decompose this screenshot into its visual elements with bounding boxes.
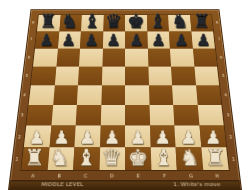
square-e6[interactable] [125,49,148,67]
file-label-e: E [125,173,151,178]
piece-black-knight[interactable]: ♞ [61,12,78,31]
square-a5[interactable] [31,67,56,86]
square-c8[interactable]: ♝ [81,15,103,31]
square-c1[interactable]: ♝ [73,147,100,170]
square-d7[interactable]: ♟ [103,31,125,48]
piece-white-pawn[interactable]: ♟ [79,128,95,146]
square-h3[interactable] [197,105,223,126]
piece-white-pawn[interactable]: ♟ [155,128,171,146]
square-b8[interactable]: ♞ [59,15,82,31]
square-h7[interactable]: ♟ [191,31,215,48]
rank-label-4: 4 [221,85,231,105]
square-f8[interactable]: ♝ [147,15,169,31]
rank-label-7: 7 [215,31,224,48]
piece-white-knight[interactable]: ♞ [50,147,70,169]
square-d3[interactable] [100,105,125,126]
rank-label-6: 6 [217,48,226,66]
piece-white-pawn[interactable]: ♟ [205,128,221,146]
square-e5[interactable] [125,67,149,86]
square-h8[interactable]: ♜ [190,15,213,31]
piece-black-pawn[interactable]: ♟ [129,32,143,48]
piece-black-pawn[interactable]: ♟ [84,32,98,48]
square-g7[interactable]: ♟ [169,31,192,48]
square-f5[interactable] [148,67,172,86]
square-a4[interactable] [29,85,55,105]
square-c6[interactable] [79,49,103,67]
piece-black-knight[interactable]: ♞ [171,12,188,31]
piece-white-bishop[interactable]: ♝ [76,147,96,169]
piece-black-pawn[interactable]: ♟ [39,32,53,48]
square-a1[interactable]: ♜ [21,147,49,170]
rank-label-1: 1 [228,148,238,171]
square-f7[interactable]: ♟ [147,31,170,48]
piece-white-rook[interactable]: ♜ [24,147,44,169]
square-g3[interactable] [173,105,199,126]
piece-black-rook[interactable]: ♜ [193,12,210,31]
board-scene: ♜♞♝♛♚♝♞♜♟♟♟♟♟♟♟♟♟♟♟♟♟♟♟♟♜♞♝♛♚♝♞♜ 8765432… [8,0,242,190]
square-c7[interactable]: ♟ [80,31,103,48]
square-e1[interactable]: ♚ [125,147,151,170]
square-e8[interactable]: ♚ [125,15,147,31]
square-c4[interactable] [77,85,102,105]
square-h1[interactable]: ♜ [201,147,229,170]
piece-white-rook[interactable]: ♜ [206,147,226,169]
piece-white-pawn[interactable]: ♟ [130,128,146,146]
piece-black-rook[interactable]: ♜ [39,12,56,31]
square-c5[interactable] [78,67,102,86]
square-b1[interactable]: ♞ [47,147,74,170]
move-indicator: 1. White's move [173,183,221,188]
square-b6[interactable] [56,49,80,67]
piece-black-bishop[interactable]: ♝ [83,12,100,31]
square-e4[interactable] [125,85,149,105]
board-grid: ♜♞♝♛♚♝♞♜♟♟♟♟♟♟♟♟♟♟♟♟♟♟♟♟♜♞♝♛♚♝♞♜ [20,14,230,171]
piece-white-pawn[interactable]: ♟ [104,128,120,146]
square-b5[interactable] [54,67,79,86]
file-labels: ABCDEFGH [19,172,231,180]
board-frame: ♜♞♝♛♚♝♞♜♟♟♟♟♟♟♟♟♟♟♟♟♟♟♟♟♜♞♝♛♚♝♞♜ 8765432… [8,9,242,190]
square-g5[interactable] [171,67,196,86]
file-label-d: D [99,173,125,178]
square-a3[interactable] [26,105,52,126]
square-f6[interactable] [147,49,171,67]
file-label-a: A [19,173,46,178]
piece-black-king[interactable]: ♚ [127,12,144,31]
square-f1[interactable]: ♝ [150,147,177,170]
piece-black-pawn[interactable]: ♟ [107,32,121,48]
piece-white-pawn[interactable]: ♟ [28,128,44,146]
square-g8[interactable]: ♞ [168,15,191,31]
rank-label-2: 2 [226,126,236,148]
square-a7[interactable]: ♟ [35,31,59,48]
square-g1[interactable]: ♞ [176,147,203,170]
rank-label-5: 5 [219,66,228,85]
square-a6[interactable] [33,49,58,67]
square-e7[interactable]: ♟ [125,31,147,48]
square-b4[interactable] [53,85,78,105]
piece-white-knight[interactable]: ♞ [180,147,200,169]
piece-black-pawn[interactable]: ♟ [62,32,76,48]
piece-white-queen[interactable]: ♛ [102,147,122,169]
piece-white-pawn[interactable]: ♟ [180,128,196,146]
piece-black-pawn[interactable]: ♟ [196,32,210,48]
status-bar: MIDDLE LEVEL 1. White's move [9,180,241,189]
square-f4[interactable] [149,85,174,105]
square-b7[interactable]: ♟ [58,31,81,48]
square-d4[interactable] [101,85,125,105]
file-label-h: H [204,173,231,178]
file-label-g: G [178,173,205,178]
rank-label-3: 3 [223,105,233,126]
square-d6[interactable] [102,49,125,67]
piece-black-pawn[interactable]: ♟ [151,32,165,48]
piece-black-pawn[interactable]: ♟ [174,32,188,48]
piece-white-bishop[interactable]: ♝ [154,147,174,169]
square-h6[interactable] [192,49,217,67]
difficulty-label: MIDDLE LEVEL [41,183,84,188]
rank-label-8: 8 [213,14,222,31]
piece-white-pawn[interactable]: ♟ [54,128,70,146]
piece-white-king[interactable]: ♚ [128,147,148,169]
square-c3[interactable] [76,105,101,126]
square-d5[interactable] [101,67,125,86]
square-h5[interactable] [194,67,219,86]
file-label-c: C [72,173,99,178]
piece-black-bishop[interactable]: ♝ [149,12,166,31]
square-d1[interactable]: ♛ [99,147,125,170]
square-a8[interactable]: ♜ [37,15,60,31]
board-3d: ♜♞♝♛♚♝♞♜♟♟♟♟♟♟♟♟♟♟♟♟♟♟♟♟♜♞♝♛♚♝♞♜ 8765432… [8,9,242,190]
square-h4[interactable] [196,85,222,105]
file-label-b: B [46,173,73,178]
square-f3[interactable] [149,105,174,126]
square-e3[interactable] [125,105,150,126]
square-g4[interactable] [172,85,197,105]
file-label-f: F [151,173,178,178]
piece-black-queen[interactable]: ♛ [105,12,122,31]
square-b3[interactable] [51,105,77,126]
square-d8[interactable]: ♛ [103,15,125,31]
square-g6[interactable] [170,49,194,67]
chess-app-window: { "game": "chess", "app": { "status_left… [0,0,250,190]
